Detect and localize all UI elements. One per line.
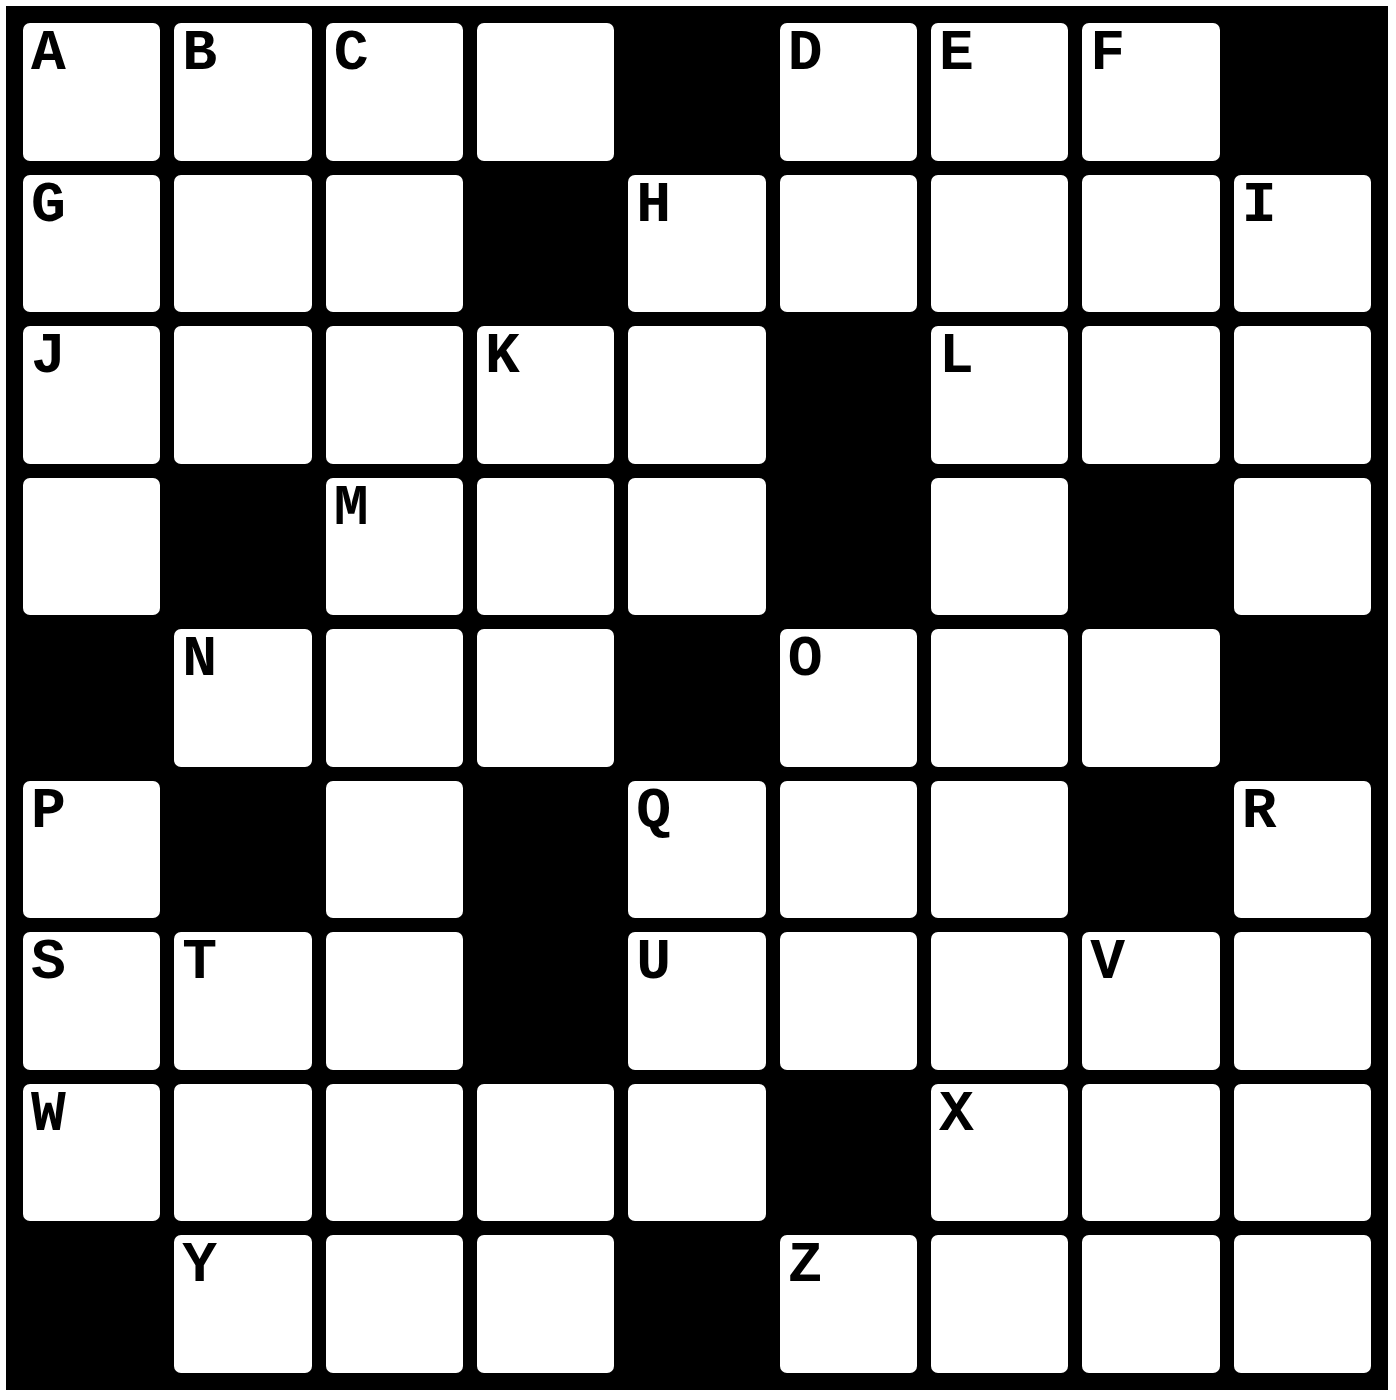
cell-r1c9-black: [1234, 23, 1371, 161]
cell-r2c4-black: [477, 175, 614, 313]
cell-r7c7[interactable]: [931, 932, 1068, 1070]
cell-r4c5[interactable]: [628, 478, 765, 616]
board-frame: ABCDEFGHIJKLMNOPQRSTUVWXYZ: [6, 6, 1388, 1390]
cell-r6c3[interactable]: [326, 781, 463, 919]
cell-r3c1[interactable]: J: [23, 326, 160, 464]
crossword-board: ABCDEFGHIJKLMNOPQRSTUVWXYZ: [0, 0, 1396, 1400]
cell-r6c7[interactable]: [931, 781, 1068, 919]
cell-r4c9[interactable]: [1234, 478, 1371, 616]
cell-r2c2[interactable]: [174, 175, 311, 313]
cell-label-K: K: [485, 328, 520, 386]
cell-r3c9[interactable]: [1234, 326, 1371, 464]
cell-r8c6-black: [780, 1084, 917, 1222]
cell-r6c6[interactable]: [780, 781, 917, 919]
cell-r7c2[interactable]: T: [174, 932, 311, 1070]
cell-r4c2-black: [174, 478, 311, 616]
cell-label-L: L: [939, 328, 974, 386]
cell-label-H: H: [636, 177, 671, 235]
cell-r6c2-black: [174, 781, 311, 919]
cell-r8c4[interactable]: [477, 1084, 614, 1222]
cell-r2c8[interactable]: [1082, 175, 1219, 313]
cell-r9c4[interactable]: [477, 1235, 614, 1373]
cell-label-C: C: [334, 25, 369, 83]
cell-r9c8[interactable]: [1082, 1235, 1219, 1373]
cell-r5c9-black: [1234, 629, 1371, 767]
cell-r7c9[interactable]: [1234, 932, 1371, 1070]
cell-r8c8[interactable]: [1082, 1084, 1219, 1222]
cell-r3c4[interactable]: K: [477, 326, 614, 464]
cell-label-A: A: [31, 25, 66, 83]
cell-label-Z: Z: [788, 1237, 823, 1295]
cell-r6c8-black: [1082, 781, 1219, 919]
cell-r2c7[interactable]: [931, 175, 1068, 313]
cell-r5c4[interactable]: [477, 629, 614, 767]
cell-r5c3[interactable]: [326, 629, 463, 767]
cell-r2c9[interactable]: I: [1234, 175, 1371, 313]
cell-r1c2[interactable]: B: [174, 23, 311, 161]
cell-r4c8-black: [1082, 478, 1219, 616]
cell-label-G: G: [31, 177, 66, 235]
cell-r5c5-black: [628, 629, 765, 767]
cell-r1c7[interactable]: E: [931, 23, 1068, 161]
cell-label-N: N: [182, 631, 217, 689]
cell-r1c5-black: [628, 23, 765, 161]
cell-r4c6-black: [780, 478, 917, 616]
cell-r8c1[interactable]: W: [23, 1084, 160, 1222]
cell-r5c2[interactable]: N: [174, 629, 311, 767]
cell-r3c5[interactable]: [628, 326, 765, 464]
cell-r8c3[interactable]: [326, 1084, 463, 1222]
cell-r5c7[interactable]: [931, 629, 1068, 767]
cell-r3c6-black: [780, 326, 917, 464]
cell-r9c7[interactable]: [931, 1235, 1068, 1373]
cell-label-D: D: [788, 25, 823, 83]
cell-r1c1[interactable]: A: [23, 23, 160, 161]
cell-r2c3[interactable]: [326, 175, 463, 313]
cell-r7c4-black: [477, 932, 614, 1070]
cell-r1c8[interactable]: F: [1082, 23, 1219, 161]
cell-r2c1[interactable]: G: [23, 175, 160, 313]
cell-r6c1[interactable]: P: [23, 781, 160, 919]
cell-label-E: E: [939, 25, 974, 83]
cell-label-R: R: [1242, 783, 1277, 841]
cell-r9c2[interactable]: Y: [174, 1235, 311, 1373]
cell-r9c5-black: [628, 1235, 765, 1373]
cell-r9c6[interactable]: Z: [780, 1235, 917, 1373]
cell-r9c1-black: [23, 1235, 160, 1373]
cell-label-W: W: [31, 1086, 66, 1144]
cell-r7c8[interactable]: V: [1082, 932, 1219, 1070]
cell-r9c3[interactable]: [326, 1235, 463, 1373]
cell-r2c5[interactable]: H: [628, 175, 765, 313]
cell-label-Y: Y: [182, 1237, 217, 1295]
cell-r1c4[interactable]: [477, 23, 614, 161]
cell-label-V: V: [1090, 934, 1125, 992]
cell-r4c3[interactable]: M: [326, 478, 463, 616]
crossword-grid: ABCDEFGHIJKLMNOPQRSTUVWXYZ: [6, 6, 1388, 1390]
cell-r5c6[interactable]: O: [780, 629, 917, 767]
cell-r6c9[interactable]: R: [1234, 781, 1371, 919]
cell-label-P: P: [31, 783, 66, 841]
cell-label-Q: Q: [636, 783, 671, 841]
cell-label-I: I: [1242, 177, 1277, 235]
cell-r8c9[interactable]: [1234, 1084, 1371, 1222]
cell-label-X: X: [939, 1086, 974, 1144]
cell-label-B: B: [182, 25, 217, 83]
cell-r9c9[interactable]: [1234, 1235, 1371, 1373]
cell-label-J: J: [31, 328, 66, 386]
cell-r6c4-black: [477, 781, 614, 919]
cell-r4c1[interactable]: [23, 478, 160, 616]
cell-label-O: O: [788, 631, 823, 689]
cell-label-T: T: [182, 934, 217, 992]
cell-r8c5[interactable]: [628, 1084, 765, 1222]
cell-r8c7[interactable]: X: [931, 1084, 1068, 1222]
cell-label-M: M: [334, 480, 369, 538]
cell-r7c1[interactable]: S: [23, 932, 160, 1070]
cell-r3c7[interactable]: L: [931, 326, 1068, 464]
cell-r8c2[interactable]: [174, 1084, 311, 1222]
cell-r7c6[interactable]: [780, 932, 917, 1070]
cell-r2c6[interactable]: [780, 175, 917, 313]
cell-r4c4[interactable]: [477, 478, 614, 616]
cell-r3c8[interactable]: [1082, 326, 1219, 464]
cell-r5c1-black: [23, 629, 160, 767]
cell-label-F: F: [1090, 25, 1125, 83]
cell-r5c8[interactable]: [1082, 629, 1219, 767]
cell-r1c3[interactable]: C: [326, 23, 463, 161]
cell-r7c5[interactable]: U: [628, 932, 765, 1070]
cell-r6c5[interactable]: Q: [628, 781, 765, 919]
cell-label-U: U: [636, 934, 671, 992]
cell-label-S: S: [31, 934, 66, 992]
cell-r7c3[interactable]: [326, 932, 463, 1070]
cell-r3c2[interactable]: [174, 326, 311, 464]
cell-r1c6[interactable]: D: [780, 23, 917, 161]
cell-r4c7[interactable]: [931, 478, 1068, 616]
cell-r3c3[interactable]: [326, 326, 463, 464]
